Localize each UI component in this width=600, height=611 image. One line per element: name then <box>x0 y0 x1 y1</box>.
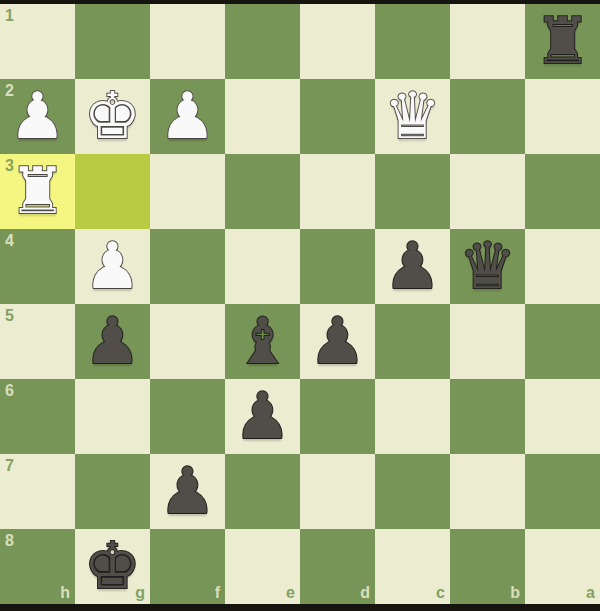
chess-board: 1♜2♟♚♟♛3♜4♟♟♛5♟♝♟6♟7♟8hg♚fedcba <box>0 4 600 604</box>
square-h6[interactable]: 6 <box>0 379 75 454</box>
square-a2[interactable] <box>525 79 600 154</box>
square-c8[interactable]: c <box>375 529 450 604</box>
square-a1[interactable]: ♜ <box>525 4 600 79</box>
square-d3[interactable] <box>300 154 375 229</box>
square-h5[interactable]: 5 <box>0 304 75 379</box>
rank-label-3: 3 <box>5 158 14 174</box>
square-g6[interactable] <box>75 379 150 454</box>
square-b4[interactable]: ♛ <box>450 229 525 304</box>
square-c7[interactable] <box>375 454 450 529</box>
square-f6[interactable] <box>150 379 225 454</box>
rank-label-4: 4 <box>5 233 14 249</box>
square-e4[interactable] <box>225 229 300 304</box>
piece-white-pawn[interactable]: ♟ <box>84 229 141 304</box>
square-h4[interactable]: 4 <box>0 229 75 304</box>
piece-black-pawn[interactable]: ♟ <box>309 304 366 379</box>
square-c6[interactable] <box>375 379 450 454</box>
square-e8[interactable]: e <box>225 529 300 604</box>
rank-label-7: 7 <box>5 458 14 474</box>
piece-white-king[interactable]: ♚ <box>84 79 141 154</box>
square-h2[interactable]: 2♟ <box>0 79 75 154</box>
rank-label-8: 8 <box>5 533 14 549</box>
square-a5[interactable] <box>525 304 600 379</box>
square-g3[interactable] <box>75 154 150 229</box>
app-screen: 1♜2♟♚♟♛3♜4♟♟♛5♟♝♟6♟7♟8hg♚fedcba <box>0 0 600 611</box>
square-e6[interactable]: ♟ <box>225 379 300 454</box>
piece-black-king[interactable]: ♚ <box>84 529 141 604</box>
square-c3[interactable] <box>375 154 450 229</box>
square-c4[interactable]: ♟ <box>375 229 450 304</box>
square-c2[interactable]: ♛ <box>375 79 450 154</box>
piece-black-pawn[interactable]: ♟ <box>159 454 216 529</box>
square-e1[interactable] <box>225 4 300 79</box>
rank-label-2: 2 <box>5 83 14 99</box>
file-label-a: a <box>586 585 595 601</box>
square-h3[interactable]: 3♜ <box>0 154 75 229</box>
square-a8[interactable]: a <box>525 529 600 604</box>
square-d7[interactable] <box>300 454 375 529</box>
piece-white-queen[interactable]: ♛ <box>384 79 441 154</box>
square-f2[interactable]: ♟ <box>150 79 225 154</box>
square-h8[interactable]: 8h <box>0 529 75 604</box>
square-a4[interactable] <box>525 229 600 304</box>
square-a3[interactable] <box>525 154 600 229</box>
square-g5[interactable]: ♟ <box>75 304 150 379</box>
piece-white-pawn[interactable]: ♟ <box>9 79 66 154</box>
rank-label-1: 1 <box>5 8 14 24</box>
piece-black-pawn[interactable]: ♟ <box>84 304 141 379</box>
square-g7[interactable] <box>75 454 150 529</box>
square-e2[interactable] <box>225 79 300 154</box>
square-b5[interactable] <box>450 304 525 379</box>
piece-black-pawn[interactable]: ♟ <box>234 379 291 454</box>
file-label-f: f <box>215 585 220 601</box>
file-label-e: e <box>286 585 295 601</box>
square-f3[interactable] <box>150 154 225 229</box>
square-d2[interactable] <box>300 79 375 154</box>
square-c5[interactable] <box>375 304 450 379</box>
square-f8[interactable]: f <box>150 529 225 604</box>
file-label-g: g <box>135 585 145 601</box>
square-f7[interactable]: ♟ <box>150 454 225 529</box>
rank-label-5: 5 <box>5 308 14 324</box>
file-label-d: d <box>360 585 370 601</box>
square-b2[interactable] <box>450 79 525 154</box>
piece-black-bishop[interactable]: ♝ <box>234 304 291 379</box>
square-a6[interactable] <box>525 379 600 454</box>
square-f5[interactable] <box>150 304 225 379</box>
square-d1[interactable] <box>300 4 375 79</box>
square-h7[interactable]: 7 <box>0 454 75 529</box>
rank-label-6: 6 <box>5 383 14 399</box>
square-g2[interactable]: ♚ <box>75 79 150 154</box>
square-b7[interactable] <box>450 454 525 529</box>
square-f1[interactable] <box>150 4 225 79</box>
square-b1[interactable] <box>450 4 525 79</box>
square-e5[interactable]: ♝ <box>225 304 300 379</box>
square-f4[interactable] <box>150 229 225 304</box>
square-d5[interactable]: ♟ <box>300 304 375 379</box>
square-b8[interactable]: b <box>450 529 525 604</box>
square-e7[interactable] <box>225 454 300 529</box>
file-label-b: b <box>510 585 520 601</box>
piece-white-rook[interactable]: ♜ <box>9 154 66 229</box>
square-d6[interactable] <box>300 379 375 454</box>
square-c1[interactable] <box>375 4 450 79</box>
square-g1[interactable] <box>75 4 150 79</box>
square-g8[interactable]: g♚ <box>75 529 150 604</box>
square-g4[interactable]: ♟ <box>75 229 150 304</box>
piece-black-rook[interactable]: ♜ <box>534 4 591 79</box>
square-b3[interactable] <box>450 154 525 229</box>
file-label-c: c <box>436 585 445 601</box>
square-d4[interactable] <box>300 229 375 304</box>
square-a7[interactable] <box>525 454 600 529</box>
square-d8[interactable]: d <box>300 529 375 604</box>
piece-white-pawn[interactable]: ♟ <box>159 79 216 154</box>
piece-black-queen[interactable]: ♛ <box>459 229 516 304</box>
square-e3[interactable] <box>225 154 300 229</box>
square-h1[interactable]: 1 <box>0 4 75 79</box>
square-b6[interactable] <box>450 379 525 454</box>
piece-black-pawn[interactable]: ♟ <box>384 229 441 304</box>
file-label-h: h <box>60 585 70 601</box>
